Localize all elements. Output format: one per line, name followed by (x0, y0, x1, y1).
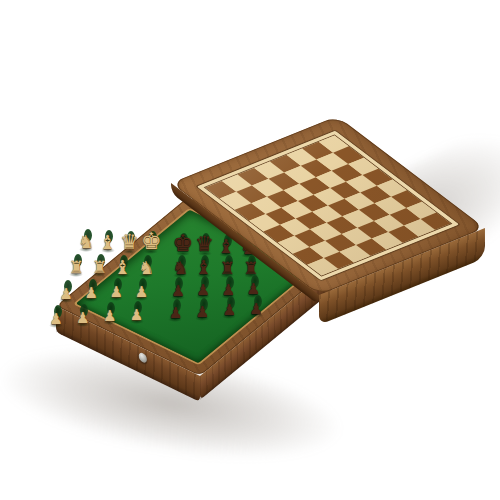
tray-piece-light-p[interactable]: ♟ (135, 285, 148, 300)
tray-piece-light-p[interactable]: ♟ (49, 312, 62, 327)
tray-piece-dark-p[interactable]: ♟ (196, 305, 209, 320)
tray-piece-light-r[interactable]: ♜ (92, 259, 107, 276)
tray-piece-dark-r[interactable]: ♜ (243, 260, 258, 277)
tray-piece-light-p[interactable]: ♟ (130, 308, 143, 323)
tray-piece-light-p[interactable]: ♟ (76, 311, 89, 326)
tray-piece-dark-p[interactable]: ♟ (247, 282, 260, 297)
tray-piece-dark-k[interactable]: ♚ (172, 232, 193, 255)
tray-piece-light-p[interactable]: ♟ (103, 309, 116, 324)
tray-piece-dark-p[interactable]: ♟ (171, 284, 184, 299)
tray-piece-light-k[interactable]: ♚ (141, 230, 162, 253)
tray-piece-light-b[interactable]: ♝ (99, 233, 116, 252)
tray-piece-dark-b[interactable]: ♝ (195, 258, 212, 277)
tray-piece-dark-p[interactable]: ♟ (196, 283, 209, 298)
tray-piece-dark-q[interactable]: ♛ (195, 234, 214, 255)
tray-piece-dark-p[interactable]: ♟ (249, 302, 262, 317)
tray-piece-light-b[interactable]: ♝ (114, 258, 131, 277)
tray-piece-light-n[interactable]: ♞ (78, 233, 94, 251)
tray-piece-light-p[interactable]: ♟ (110, 285, 123, 300)
tray-piece-dark-p[interactable]: ♟ (221, 283, 234, 298)
tray-piece-light-p[interactable]: ♟ (59, 287, 72, 302)
product-photo-canvas: { "game": "chess", "scene": { "descripti… (0, 0, 500, 500)
tray-piece-light-q[interactable]: ♛ (120, 232, 139, 253)
tray-piece-dark-n[interactable]: ♞ (172, 259, 188, 277)
tray-piece-light-r[interactable]: ♜ (68, 259, 83, 276)
tray-piece-dark-p[interactable]: ♟ (222, 303, 235, 318)
tray-piece-light-n[interactable]: ♞ (138, 259, 154, 277)
tray-piece-dark-p[interactable]: ♟ (169, 306, 182, 321)
tray-piece-light-p[interactable]: ♟ (84, 286, 97, 301)
tray-piece-dark-r[interactable]: ♜ (220, 260, 235, 277)
